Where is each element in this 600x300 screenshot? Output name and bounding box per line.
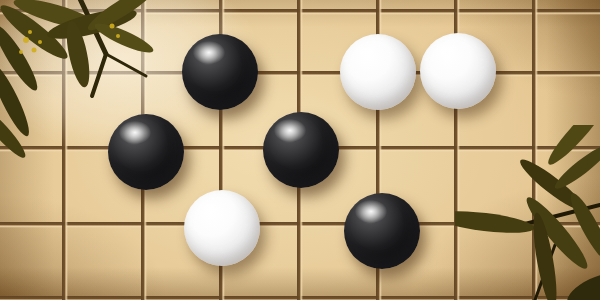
go-board[interactable] [0, 0, 600, 300]
black-stone [108, 114, 184, 190]
grid-vline [532, 0, 538, 300]
game-screenshot [0, 0, 600, 300]
black-stone [182, 34, 258, 110]
white-stone [184, 190, 260, 266]
black-stone [263, 112, 339, 188]
black-stone [344, 193, 420, 269]
grid-vline [62, 0, 68, 300]
white-stone [340, 34, 416, 110]
white-stone [420, 33, 496, 109]
